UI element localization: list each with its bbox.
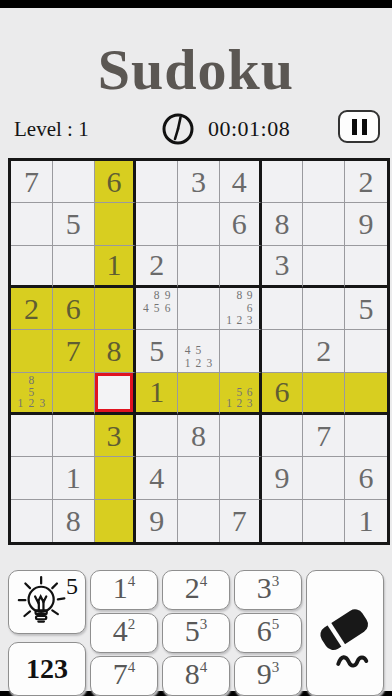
remaining-count: 4 xyxy=(128,660,136,675)
hint-count: 5 xyxy=(66,573,78,600)
digit: 6 xyxy=(106,165,121,199)
digit: 5 xyxy=(359,292,374,326)
digit: 7 xyxy=(316,419,331,453)
cell-r7c7[interactable] xyxy=(262,415,304,457)
digit: 3 xyxy=(275,248,290,282)
digit: 2 xyxy=(149,248,164,282)
cell-r1c1[interactable]: 7 xyxy=(11,161,53,203)
number-button-4[interactable]: 42 xyxy=(90,613,158,653)
number-button-3[interactable]: 33 xyxy=(234,570,302,610)
cell-r7c6[interactable] xyxy=(220,415,262,457)
digit: 7 xyxy=(24,165,39,199)
cell-r1c8[interactable] xyxy=(303,161,345,203)
number-label: 6 xyxy=(257,614,272,649)
pencil-marks: 45689 xyxy=(136,288,177,329)
sudoku-board: 7634256891232645689123689578512345212358… xyxy=(8,158,390,545)
digit: 7 xyxy=(232,504,247,538)
digit: 1 xyxy=(106,248,121,282)
cell-r6c5[interactable] xyxy=(178,373,220,415)
timer-value: 00:01:08 xyxy=(208,116,290,142)
cell-r7c1[interactable] xyxy=(11,415,53,457)
number-label: 1 xyxy=(113,571,128,606)
cell-r3c8[interactable] xyxy=(303,246,345,288)
number-label: 8 xyxy=(185,657,200,692)
cell-r2c4[interactable] xyxy=(136,203,178,245)
digit: 1 xyxy=(149,375,164,409)
digit: 3 xyxy=(106,419,121,453)
cell-r5c5[interactable]: 12345 xyxy=(178,330,220,372)
remaining-count: 4 xyxy=(200,574,208,589)
app-screen: Sudoku Level : 1 00:01:08 76342568912326… xyxy=(0,8,392,691)
digit: 5 xyxy=(149,334,164,368)
remaining-count: 3 xyxy=(272,574,280,589)
cell-r6c1[interactable]: 12358 xyxy=(11,373,53,415)
number-button-9[interactable]: 93 xyxy=(234,656,302,696)
cell-r2c6[interactable]: 6 xyxy=(220,203,262,245)
number-button-2[interactable]: 24 xyxy=(162,570,230,610)
digit: 1 xyxy=(66,461,81,495)
cell-r2c8[interactable] xyxy=(303,203,345,245)
cell-r6c9[interactable] xyxy=(345,373,387,415)
number-button-1[interactable]: 14 xyxy=(90,570,158,610)
cell-r4c9[interactable]: 5 xyxy=(345,288,387,330)
cell-r3c7[interactable]: 3 xyxy=(262,246,304,288)
cell-r9c3[interactable] xyxy=(95,500,137,542)
cell-r4c3[interactable] xyxy=(95,288,137,330)
number-label: 9 xyxy=(257,657,272,692)
digit: 6 xyxy=(66,292,81,326)
cell-r4c5[interactable] xyxy=(178,288,220,330)
digit: 6 xyxy=(275,375,290,409)
input-mode-button[interactable]: 123 xyxy=(8,642,86,696)
cell-r2c7[interactable]: 8 xyxy=(262,203,304,245)
digit: 9 xyxy=(359,207,374,241)
digit: 4 xyxy=(149,461,164,495)
cell-r4c4[interactable]: 45689 xyxy=(136,288,178,330)
cell-r9c9[interactable]: 1 xyxy=(345,500,387,542)
digit: 8 xyxy=(191,419,206,453)
clock-icon xyxy=(160,111,196,147)
remaining-count: 5 xyxy=(272,617,280,632)
status-bar: Level : 1 00:01:08 xyxy=(0,108,392,150)
cell-r7c4[interactable] xyxy=(136,415,178,457)
cell-r4c2[interactable]: 6 xyxy=(53,288,95,330)
cell-r5c3[interactable]: 8 xyxy=(95,330,137,372)
pencil-marks: 123689 xyxy=(220,288,259,329)
cell-r2c2[interactable]: 5 xyxy=(53,203,95,245)
number-button-7[interactable]: 74 xyxy=(90,656,158,696)
light-bulb-icon xyxy=(17,575,69,631)
remaining-count: 4 xyxy=(128,574,136,589)
cell-r9c1[interactable] xyxy=(11,500,53,542)
remaining-count: 2 xyxy=(128,617,136,632)
remaining-count: 3 xyxy=(200,617,208,632)
number-label: 4 xyxy=(113,614,128,649)
cell-r7c8[interactable]: 7 xyxy=(303,415,345,457)
cell-r8c6[interactable] xyxy=(220,457,262,499)
cell-r1c4[interactable] xyxy=(136,161,178,203)
cell-r4c6[interactable]: 123689 xyxy=(220,288,262,330)
hint-button[interactable]: 5 xyxy=(8,570,86,634)
cell-r4c7[interactable] xyxy=(262,288,304,330)
cell-r6c2[interactable] xyxy=(53,373,95,415)
cell-r1c3[interactable]: 6 xyxy=(95,161,137,203)
cell-r5c9[interactable] xyxy=(345,330,387,372)
cell-r2c5[interactable] xyxy=(178,203,220,245)
cell-r7c3[interactable]: 3 xyxy=(95,415,137,457)
digit: 9 xyxy=(149,504,164,538)
cell-r2c3[interactable] xyxy=(95,203,137,245)
cell-r9c2[interactable]: 8 xyxy=(53,500,95,542)
cell-r3c1[interactable] xyxy=(11,246,53,288)
pencil-marks: 12356 xyxy=(220,373,259,412)
digit: 4 xyxy=(232,165,247,199)
digit: 6 xyxy=(359,461,374,495)
cell-r5c1[interactable] xyxy=(11,330,53,372)
cell-r3c3[interactable]: 1 xyxy=(95,246,137,288)
eraser-button[interactable] xyxy=(306,570,384,696)
cell-r8c2[interactable]: 1 xyxy=(53,457,95,499)
cell-r3c5[interactable] xyxy=(178,246,220,288)
app-title: Sudoku xyxy=(0,38,392,102)
digit: 8 xyxy=(66,504,81,538)
cell-r6c7[interactable]: 6 xyxy=(262,373,304,415)
cell-r8c7[interactable]: 9 xyxy=(262,457,304,499)
digit: 2 xyxy=(316,334,331,368)
cell-r2c9[interactable]: 9 xyxy=(345,203,387,245)
cell-r6c6[interactable]: 12356 xyxy=(220,373,262,415)
digit: 5 xyxy=(66,207,81,241)
digit: 8 xyxy=(275,207,290,241)
cell-r3c2[interactable] xyxy=(53,246,95,288)
cell-r9c5[interactable] xyxy=(178,500,220,542)
cell-r1c9[interactable]: 2 xyxy=(345,161,387,203)
eraser-icon xyxy=(314,585,376,681)
cell-r8c3[interactable] xyxy=(95,457,137,499)
cell-r7c9[interactable] xyxy=(345,415,387,457)
level-label: Level : 1 xyxy=(14,117,89,142)
cell-r9c6[interactable]: 7 xyxy=(220,500,262,542)
digit: 9 xyxy=(275,461,290,495)
cell-r5c6[interactable] xyxy=(220,330,262,372)
cell-r1c7[interactable] xyxy=(262,161,304,203)
pause-button[interactable] xyxy=(338,110,380,143)
number-label: 2 xyxy=(185,571,200,606)
digit: 2 xyxy=(24,292,39,326)
digit: 6 xyxy=(232,207,247,241)
cell-r7c5[interactable]: 8 xyxy=(178,415,220,457)
pencil-marks: 12345 xyxy=(178,330,219,371)
pause-icon xyxy=(352,119,357,135)
cell-r9c7[interactable] xyxy=(262,500,304,542)
cell-r9c4[interactable]: 9 xyxy=(136,500,178,542)
cell-r8c5[interactable] xyxy=(178,457,220,499)
cell-r7c2[interactable] xyxy=(53,415,95,457)
cell-r6c8[interactable] xyxy=(303,373,345,415)
digit: 3 xyxy=(191,165,206,199)
cell-r8c8[interactable] xyxy=(303,457,345,499)
remaining-count: 4 xyxy=(200,660,208,675)
number-button-5[interactable]: 53 xyxy=(162,613,230,653)
digit: 7 xyxy=(66,334,81,368)
cell-r1c2[interactable] xyxy=(53,161,95,203)
cell-r6c3[interactable] xyxy=(95,373,137,415)
pause-icon xyxy=(362,119,367,135)
pencil-marks: 12358 xyxy=(11,373,52,412)
cell-r1c5[interactable]: 3 xyxy=(178,161,220,203)
cell-r3c4[interactable]: 2 xyxy=(136,246,178,288)
cell-r9c8[interactable] xyxy=(303,500,345,542)
cell-r8c4[interactable]: 4 xyxy=(136,457,178,499)
cell-r8c1[interactable] xyxy=(11,457,53,499)
number-button-8[interactable]: 84 xyxy=(162,656,230,696)
cell-r8c9[interactable]: 6 xyxy=(345,457,387,499)
number-label: 3 xyxy=(257,571,272,606)
number-label: 7 xyxy=(113,657,128,692)
cell-r5c7[interactable] xyxy=(262,330,304,372)
cell-r5c4[interactable]: 5 xyxy=(136,330,178,372)
digit: 2 xyxy=(359,165,374,199)
cell-r3c9[interactable] xyxy=(345,246,387,288)
number-label: 5 xyxy=(185,614,200,649)
cell-r5c8[interactable]: 2 xyxy=(303,330,345,372)
cell-r2c1[interactable] xyxy=(11,203,53,245)
cell-r5c2[interactable]: 7 xyxy=(53,330,95,372)
cell-r3c6[interactable] xyxy=(220,246,262,288)
cell-r6c4[interactable]: 1 xyxy=(136,373,178,415)
cell-r4c8[interactable] xyxy=(303,288,345,330)
digit: 8 xyxy=(106,334,121,368)
remaining-count: 3 xyxy=(272,660,280,675)
cell-r1c6[interactable]: 4 xyxy=(220,161,262,203)
cell-r4c1[interactable]: 2 xyxy=(11,288,53,330)
digit: 1 xyxy=(359,504,374,538)
number-button-6[interactable]: 65 xyxy=(234,613,302,653)
